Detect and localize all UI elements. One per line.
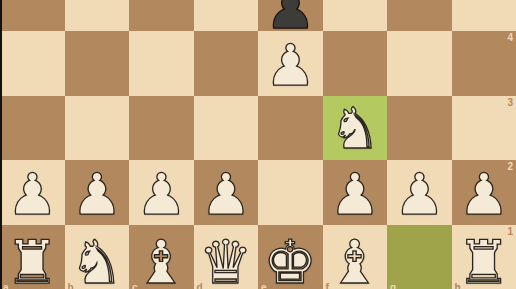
square-c2[interactable]: ♟ [129,160,194,225]
rank-label-3: 3 [507,98,513,108]
square-b1[interactable]: ♞b [65,225,130,289]
square-h5[interactable] [452,0,516,31]
square-g1[interactable]: g [387,225,452,289]
file-label-b: b [68,283,74,289]
rank-label-4: 4 [507,33,513,43]
white-queen[interactable]: ♛ [194,230,259,289]
file-label-e: e [261,283,267,289]
white-pawn[interactable]: ♟ [387,162,452,227]
white-king[interactable]: ♚ [258,230,323,289]
square-e4[interactable]: ♟ [258,31,323,96]
file-label-c: c [132,283,138,289]
white-pawn[interactable]: ♟ [129,162,194,227]
square-g4[interactable] [387,31,452,96]
square-a5[interactable] [0,0,65,31]
rank-label-2: 2 [507,162,513,172]
white-rook[interactable]: ♜ [452,230,516,289]
white-knight[interactable]: ♞ [65,230,130,289]
square-d5[interactable] [194,0,259,31]
square-b4[interactable] [65,31,130,96]
square-g5[interactable] [387,0,452,31]
square-d4[interactable] [194,31,259,96]
square-g3[interactable] [387,96,452,161]
square-f5[interactable] [323,0,388,31]
square-b3[interactable] [65,96,130,161]
square-e3[interactable] [258,96,323,161]
square-f4[interactable] [323,31,388,96]
file-label-d: d [197,283,203,289]
square-h1[interactable]: ♜1h [452,225,516,289]
white-pawn[interactable]: ♟ [452,162,516,227]
square-c1[interactable]: ♝c [129,225,194,289]
file-label-f: f [326,283,329,289]
square-f1[interactable]: ♝f [323,225,388,289]
file-label-g: g [390,283,396,289]
square-d3[interactable] [194,96,259,161]
square-b5[interactable] [65,0,130,31]
white-rook[interactable]: ♜ [0,230,65,289]
white-pawn[interactable]: ♟ [323,162,388,227]
white-pawn[interactable]: ♟ [258,33,323,98]
square-c3[interactable] [129,96,194,161]
square-c4[interactable] [129,31,194,96]
square-g2[interactable]: ♟ [387,160,452,225]
square-e5[interactable]: ♟ [258,0,323,31]
white-bishop[interactable]: ♝ [129,230,194,289]
file-label-a: a [3,283,9,289]
square-h3[interactable]: 3 [452,96,516,161]
white-pawn[interactable]: ♟ [0,162,65,227]
square-a2[interactable]: ♟ [0,160,65,225]
square-c5[interactable] [129,0,194,31]
square-d1[interactable]: ♛d [194,225,259,289]
chessboard: ♟♟4♞3♟♟♟♟♟♟♟2♜a♞b♝c♛d♚e♝fg♜1h [0,0,516,289]
board-grid: ♟♟4♞3♟♟♟♟♟♟♟2♜a♞b♝c♛d♚e♝fg♜1h [0,0,516,289]
white-pawn[interactable]: ♟ [65,162,130,227]
square-b2[interactable]: ♟ [65,160,130,225]
square-a1[interactable]: ♜a [0,225,65,289]
rank-label-1: 1 [507,227,513,237]
square-h4[interactable]: 4 [452,31,516,96]
white-knight[interactable]: ♞ [323,96,388,161]
square-e2[interactable] [258,160,323,225]
square-h2[interactable]: ♟2 [452,160,516,225]
left-edge-strip [0,0,2,289]
white-bishop[interactable]: ♝ [323,230,388,289]
square-a3[interactable] [0,96,65,161]
file-label-h: h [455,283,461,289]
square-f2[interactable]: ♟ [323,160,388,225]
square-f3[interactable]: ♞ [323,96,388,161]
white-pawn[interactable]: ♟ [194,162,259,227]
square-a4[interactable] [0,31,65,96]
square-d2[interactable]: ♟ [194,160,259,225]
square-e1[interactable]: ♚e [258,225,323,289]
